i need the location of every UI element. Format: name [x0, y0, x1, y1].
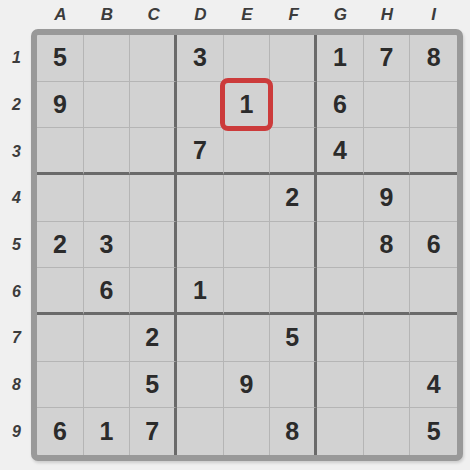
- cell-B8[interactable]: [84, 362, 131, 409]
- cell-G1[interactable]: 1: [317, 35, 364, 82]
- cell-F2[interactable]: [270, 82, 317, 129]
- cell-A9[interactable]: 6: [37, 408, 84, 455]
- col-label-C: C: [130, 0, 177, 29]
- sudoku-grid: 5317891674292386612559461785: [37, 35, 457, 455]
- cell-C2[interactable]: [130, 82, 177, 129]
- cell-F1[interactable]: [270, 35, 317, 82]
- row-label-8: 8: [0, 362, 31, 409]
- cell-I4[interactable]: [410, 175, 457, 222]
- cell-H8[interactable]: [364, 362, 411, 409]
- digit-H5: 8: [380, 230, 394, 259]
- digit-B9: 1: [100, 417, 114, 446]
- cell-E8[interactable]: 9: [224, 362, 271, 409]
- digit-B6: 6: [100, 276, 114, 305]
- cell-C3[interactable]: [130, 128, 177, 175]
- row-label-1: 1: [0, 35, 31, 82]
- cell-F3[interactable]: [270, 128, 317, 175]
- digit-F4: 2: [285, 183, 299, 212]
- cell-D6[interactable]: 1: [177, 268, 224, 315]
- row-label-6: 6: [0, 268, 31, 315]
- cell-I6[interactable]: [410, 268, 457, 315]
- digit-C7: 2: [145, 323, 159, 352]
- col-label-D: D: [177, 0, 224, 29]
- cell-G7[interactable]: [317, 315, 364, 362]
- cell-F7[interactable]: 5: [270, 315, 317, 362]
- digit-F9: 8: [285, 417, 299, 446]
- digit-I8: 4: [427, 370, 441, 399]
- cell-H4[interactable]: 9: [364, 175, 411, 222]
- cell-A8[interactable]: [37, 362, 84, 409]
- cell-E6[interactable]: [224, 268, 271, 315]
- cell-E9[interactable]: [224, 408, 271, 455]
- cell-H3[interactable]: [364, 128, 411, 175]
- cell-C8[interactable]: 5: [130, 362, 177, 409]
- cell-E3[interactable]: [224, 128, 271, 175]
- cell-H6[interactable]: [364, 268, 411, 315]
- col-label-F: F: [270, 0, 317, 29]
- cell-A6[interactable]: [37, 268, 84, 315]
- digit-A1: 5: [53, 43, 67, 72]
- digit-H4: 9: [380, 183, 394, 212]
- cell-E2[interactable]: 1: [224, 82, 271, 129]
- row-labels: 123456789: [0, 35, 31, 455]
- cell-B5[interactable]: 3: [84, 222, 131, 269]
- cell-C1[interactable]: [130, 35, 177, 82]
- cell-F9[interactable]: 8: [270, 408, 317, 455]
- digit-A2: 9: [53, 90, 67, 119]
- cell-G4[interactable]: [317, 175, 364, 222]
- digit-D3: 7: [193, 136, 207, 165]
- digit-A5: 2: [53, 230, 67, 259]
- cell-A3[interactable]: [37, 128, 84, 175]
- cell-D2[interactable]: [177, 82, 224, 129]
- cell-B4[interactable]: [84, 175, 131, 222]
- digit-I9: 5: [427, 417, 441, 446]
- cell-B7[interactable]: [84, 315, 131, 362]
- cell-F4[interactable]: 2: [270, 175, 317, 222]
- cell-D5[interactable]: [177, 222, 224, 269]
- cell-B1[interactable]: [84, 35, 131, 82]
- cell-D4[interactable]: [177, 175, 224, 222]
- cell-C5[interactable]: [130, 222, 177, 269]
- cell-H2[interactable]: [364, 82, 411, 129]
- row-label-4: 4: [0, 175, 31, 222]
- cell-E4[interactable]: [224, 175, 271, 222]
- digit-E8: 9: [240, 370, 254, 399]
- page-background: ABCDEFGHI 123456789 53178916742923866125…: [0, 0, 470, 470]
- digit-H1: 7: [380, 43, 394, 72]
- cell-B6[interactable]: 6: [84, 268, 131, 315]
- cell-A7[interactable]: [37, 315, 84, 362]
- cell-F6[interactable]: [270, 268, 317, 315]
- cell-B3[interactable]: [84, 128, 131, 175]
- cell-B9[interactable]: 1: [84, 408, 131, 455]
- cell-I9[interactable]: 5: [410, 408, 457, 455]
- cell-E5[interactable]: [224, 222, 271, 269]
- cell-I1[interactable]: 8: [410, 35, 457, 82]
- digit-G2: 6: [333, 90, 347, 119]
- digit-D6: 1: [193, 276, 207, 305]
- cell-H1[interactable]: 7: [364, 35, 411, 82]
- cell-G9[interactable]: [317, 408, 364, 455]
- cell-D8[interactable]: [177, 362, 224, 409]
- cell-E1[interactable]: [224, 35, 271, 82]
- digit-I1: 8: [427, 43, 441, 72]
- cell-A1[interactable]: 5: [37, 35, 84, 82]
- column-labels: ABCDEFGHI: [37, 0, 457, 29]
- cell-I8[interactable]: 4: [410, 362, 457, 409]
- cell-C9[interactable]: 7: [130, 408, 177, 455]
- col-label-I: I: [410, 0, 457, 29]
- cell-C4[interactable]: [130, 175, 177, 222]
- row-label-3: 3: [0, 128, 31, 175]
- cell-G2[interactable]: 6: [317, 82, 364, 129]
- cell-A2[interactable]: 9: [37, 82, 84, 129]
- digit-A9: 6: [53, 417, 67, 446]
- cell-B2[interactable]: [84, 82, 131, 129]
- digit-B5: 3: [100, 230, 114, 259]
- cell-A5[interactable]: 2: [37, 222, 84, 269]
- cell-H9[interactable]: [364, 408, 411, 455]
- digit-C8: 5: [145, 370, 159, 399]
- cell-D1[interactable]: 3: [177, 35, 224, 82]
- cell-E7[interactable]: [224, 315, 271, 362]
- cell-F5[interactable]: [270, 222, 317, 269]
- cell-C6[interactable]: [130, 268, 177, 315]
- cell-I7[interactable]: [410, 315, 457, 362]
- cell-F8[interactable]: [270, 362, 317, 409]
- cell-G8[interactable]: [317, 362, 364, 409]
- row-label-5: 5: [0, 222, 31, 269]
- cell-I2[interactable]: [410, 82, 457, 129]
- digit-D1: 3: [193, 43, 207, 72]
- digit-E2: 1: [240, 90, 254, 119]
- row-label-2: 2: [0, 82, 31, 129]
- col-label-G: G: [317, 0, 364, 29]
- row-label-9: 9: [0, 408, 31, 455]
- cell-D3[interactable]: 7: [177, 128, 224, 175]
- digit-G1: 1: [333, 43, 347, 72]
- cell-C7[interactable]: 2: [130, 315, 177, 362]
- cell-I5[interactable]: 6: [410, 222, 457, 269]
- cell-I3[interactable]: [410, 128, 457, 175]
- cell-G6[interactable]: [317, 268, 364, 315]
- cell-H7[interactable]: [364, 315, 411, 362]
- row-label-7: 7: [0, 315, 31, 362]
- cell-G3[interactable]: 4: [317, 128, 364, 175]
- col-label-H: H: [364, 0, 411, 29]
- digit-F7: 5: [285, 323, 299, 352]
- col-label-E: E: [224, 0, 271, 29]
- cell-A4[interactable]: [37, 175, 84, 222]
- sudoku-board: 5317891674292386612559461785: [31, 29, 463, 461]
- cell-D9[interactable]: [177, 408, 224, 455]
- digit-C9: 7: [145, 417, 159, 446]
- digit-I5: 6: [427, 230, 441, 259]
- digit-G3: 4: [333, 136, 347, 165]
- cell-G5[interactable]: [317, 222, 364, 269]
- col-label-A: A: [37, 0, 84, 29]
- cell-D7[interactable]: [177, 315, 224, 362]
- col-label-B: B: [84, 0, 131, 29]
- cell-H5[interactable]: 8: [364, 222, 411, 269]
